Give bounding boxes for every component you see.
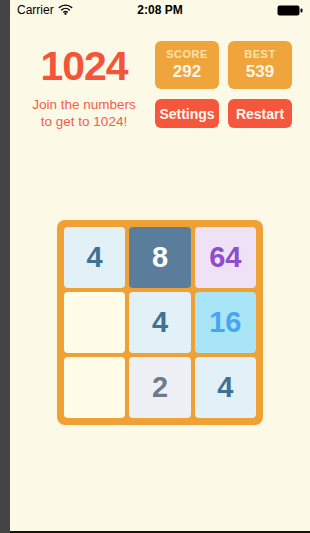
best-label: BEST [244, 48, 275, 60]
button-row: Settings Restart [155, 99, 293, 128]
tile-r2c2-value-4: 4 [129, 292, 190, 353]
score-label: SCORE [166, 48, 208, 60]
status-left: Carrier [17, 3, 73, 18]
battery-icon [277, 5, 303, 16]
score-box: SCORE 292 [155, 41, 219, 89]
tile-r1c3-value-64: 64 [195, 227, 256, 288]
app-title: 1024 [18, 45, 150, 88]
app-screen: Carrier 2:08 PM 1024 Join the numbers to… [10, 0, 310, 533]
board[interactable]: 486441624 [57, 220, 263, 425]
score-row: SCORE 292 BEST 539 [155, 41, 293, 89]
tile-r3c3-value-4: 4 [195, 357, 256, 418]
app-subtitle: Join the numbers to get to 1024! [18, 96, 150, 130]
tile-r3c1-empty [64, 357, 125, 418]
subtitle-line-1: Join the numbers [18, 96, 150, 113]
tile-r3c2-value-2: 2 [129, 357, 190, 418]
score-value: 292 [173, 62, 201, 82]
tile-r2c1-empty [64, 292, 125, 353]
tile-r1c2-value-8: 8 [129, 227, 190, 288]
subtitle-line-2: to get to 1024! [18, 113, 150, 130]
header-left: 1024 Join the numbers to get to 1024! [18, 45, 150, 130]
settings-button[interactable]: Settings [155, 99, 219, 128]
status-bar: Carrier 2:08 PM [10, 0, 310, 20]
tile-r1c1-value-4: 4 [64, 227, 125, 288]
restart-button[interactable]: Restart [228, 99, 292, 128]
tile-r2c3-value-16: 16 [195, 292, 256, 353]
best-value: 539 [246, 62, 274, 82]
carrier-label: Carrier [17, 3, 54, 17]
wifi-icon [58, 3, 73, 18]
best-box: BEST 539 [228, 41, 292, 89]
header-right: SCORE 292 BEST 539 Settings Restart [155, 41, 293, 128]
